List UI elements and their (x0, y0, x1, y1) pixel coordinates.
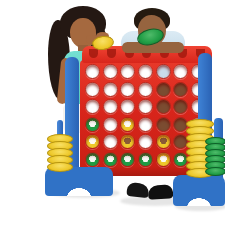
product-photo-scene (0, 0, 225, 225)
board-cell-r2c5 (154, 81, 172, 99)
empty-hole (120, 99, 135, 114)
right-green-disc-stack (205, 140, 225, 176)
empty-hole (156, 64, 171, 79)
board-cell-r6c3 (119, 151, 137, 169)
right-base-foot (173, 175, 225, 206)
empty-hole (103, 117, 118, 132)
board-cell-r6c4 (137, 151, 155, 169)
board-cell-r6c1 (84, 151, 102, 169)
board-cell-r5c3 (119, 133, 137, 151)
board-cell-r4c4 (137, 116, 155, 134)
board-cell-r1c3 (119, 63, 137, 81)
boy-shoe-left (126, 182, 149, 198)
empty-hole (156, 99, 171, 114)
green-disc (205, 167, 225, 176)
boy-shoe-right (148, 184, 174, 200)
board-cell-r2c3 (119, 81, 137, 99)
board-cell-r3c2 (102, 98, 120, 116)
yellow-disc (85, 134, 100, 149)
empty-hole (173, 82, 188, 97)
board-cell-r5c4 (137, 133, 155, 151)
empty-hole (173, 64, 188, 79)
yellow-disc (47, 162, 73, 172)
empty-hole (103, 134, 118, 149)
board-cell-r2c1 (84, 81, 102, 99)
yellow-disc (120, 134, 135, 149)
board-cell-r6c2 (102, 151, 120, 169)
board-cell-r5c1 (84, 133, 102, 151)
yellow-disc (156, 134, 171, 149)
empty-hole (103, 82, 118, 97)
board-cell-r3c3 (119, 98, 137, 116)
board-cell-r5c2 (102, 133, 120, 151)
empty-hole (156, 82, 171, 97)
board-cell-r6c5 (154, 151, 172, 169)
empty-hole (85, 99, 100, 114)
empty-hole (138, 117, 153, 132)
empty-hole (85, 64, 100, 79)
empty-hole (138, 99, 153, 114)
green-disc (85, 152, 100, 167)
board-cell-r3c4 (137, 98, 155, 116)
board-cell-r1c6 (172, 63, 190, 81)
green-disc (138, 152, 153, 167)
board-cell-r4c3 (119, 116, 137, 134)
board-cell-r4c1 (84, 116, 102, 134)
empty-hole (120, 82, 135, 97)
board-cell-r1c4 (137, 63, 155, 81)
board-cell-r2c6 (172, 81, 190, 99)
board-cell-r3c6 (172, 98, 190, 116)
drop-slot (89, 49, 98, 58)
yellow-disc (156, 152, 171, 167)
board-cell-r4c2 (102, 116, 120, 134)
empty-hole (120, 64, 135, 79)
board-cell-r1c5 (154, 63, 172, 81)
empty-hole (85, 82, 100, 97)
board-cell-r5c5 (154, 133, 172, 151)
empty-hole (173, 99, 188, 114)
board-cell-r3c5 (154, 98, 172, 116)
green-disc (120, 152, 135, 167)
empty-hole (156, 117, 171, 132)
board-cell-r3c1 (84, 98, 102, 116)
board-cell-r1c2 (102, 63, 120, 81)
board-cell-r2c2 (102, 81, 120, 99)
board-cell-r2c4 (137, 81, 155, 99)
board-cell-r4c5 (154, 116, 172, 134)
empty-hole (138, 64, 153, 79)
drop-slot (107, 49, 116, 58)
green-disc (103, 152, 118, 167)
empty-hole (138, 134, 153, 149)
empty-hole (138, 82, 153, 97)
empty-hole (103, 99, 118, 114)
yellow-disc (120, 117, 135, 132)
board-cell-r1c1 (84, 63, 102, 81)
left-yellow-disc-stack (47, 137, 73, 172)
green-disc (85, 117, 100, 132)
empty-hole (103, 64, 118, 79)
